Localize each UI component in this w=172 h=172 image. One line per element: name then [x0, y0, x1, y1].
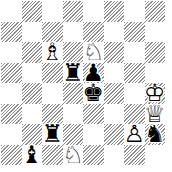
square-g4[interactable] [124, 83, 145, 104]
piece-white-pawn-g2[interactable]: ♙ [124, 124, 145, 145]
square-a6[interactable] [1, 42, 22, 63]
square-e4[interactable]: ♚ [83, 83, 104, 104]
square-d1[interactable]: ♞♘ [63, 145, 84, 166]
square-f6[interactable] [104, 42, 125, 63]
square-e2[interactable] [83, 124, 104, 145]
square-e7[interactable] [83, 22, 104, 43]
square-h3[interactable]: ♛♕ [145, 104, 166, 125]
square-b1[interactable]: ♝ [22, 145, 43, 166]
piece-black-king-e4[interactable]: ♚ [83, 83, 104, 104]
square-h4[interactable]: ♚♔ [145, 83, 166, 104]
square-d4[interactable] [63, 83, 84, 104]
piece-white-bishop-c6-fill: ♝ [42, 42, 63, 63]
piece-white-knight-d1[interactable]: ♘ [63, 145, 84, 166]
piece-black-pawn-e5[interactable]: ♟ [83, 63, 104, 84]
square-a3[interactable] [1, 104, 22, 125]
piece-white-knight-e6[interactable]: ♘ [83, 42, 104, 63]
square-h6[interactable] [145, 42, 166, 63]
square-f4[interactable] [104, 83, 125, 104]
square-g6[interactable] [124, 42, 145, 63]
square-g1[interactable] [124, 145, 145, 166]
square-e6[interactable]: ♞♘ [83, 42, 104, 63]
square-c6[interactable]: ♝♗ [42, 42, 63, 63]
square-f8[interactable] [104, 1, 125, 22]
piece-black-rook-d5[interactable]: ♜ [63, 63, 84, 84]
square-d3[interactable] [63, 104, 84, 125]
square-d2[interactable] [63, 124, 84, 145]
square-c4[interactable] [42, 83, 63, 104]
piece-black-rook-c2[interactable]: ♜ [42, 124, 63, 145]
square-d5[interactable]: ♜ [63, 63, 84, 84]
piece-black-bishop-b1[interactable]: ♝ [22, 145, 43, 166]
piece-black-knight-h2[interactable]: ♞ [145, 124, 166, 145]
piece-white-bishop-c6[interactable]: ♗ [42, 42, 63, 63]
piece-white-queen-h3-fill: ♛ [145, 104, 166, 125]
square-f1[interactable] [104, 145, 125, 166]
piece-white-knight-d1-fill: ♞ [63, 145, 84, 166]
square-b7[interactable] [22, 22, 43, 43]
square-f2[interactable] [104, 124, 125, 145]
square-b4[interactable] [22, 83, 43, 104]
square-e5[interactable]: ♟ [83, 63, 104, 84]
chessboard: ♝♗♞♘♜♟♚♚♔♛♕♜♟♙♞♝♞♘ [1, 1, 165, 165]
square-a8[interactable] [1, 1, 22, 22]
square-b2[interactable] [22, 124, 43, 145]
square-c3[interactable] [42, 104, 63, 125]
square-c2[interactable]: ♜ [42, 124, 63, 145]
square-g7[interactable] [124, 22, 145, 43]
square-h7[interactable] [145, 22, 166, 43]
square-f7[interactable] [104, 22, 125, 43]
square-b5[interactable] [22, 63, 43, 84]
square-h8[interactable] [145, 1, 166, 22]
piece-white-pawn-g2-fill: ♟ [124, 124, 145, 145]
square-d6[interactable] [63, 42, 84, 63]
square-g2[interactable]: ♟♙ [124, 124, 145, 145]
square-a5[interactable] [1, 63, 22, 84]
square-d7[interactable] [63, 22, 84, 43]
square-a1[interactable] [1, 145, 22, 166]
square-a2[interactable] [1, 124, 22, 145]
square-e3[interactable] [83, 104, 104, 125]
square-b6[interactable] [22, 42, 43, 63]
square-c1[interactable] [42, 145, 63, 166]
square-d8[interactable] [63, 1, 84, 22]
square-a7[interactable] [1, 22, 22, 43]
square-e1[interactable] [83, 145, 104, 166]
square-e8[interactable] [83, 1, 104, 22]
square-g5[interactable] [124, 63, 145, 84]
square-h2[interactable]: ♞ [145, 124, 166, 145]
piece-white-king-h4-fill: ♚ [145, 83, 166, 104]
square-h5[interactable] [145, 63, 166, 84]
square-c5[interactable] [42, 63, 63, 84]
square-b3[interactable] [22, 104, 43, 125]
square-f5[interactable] [104, 63, 125, 84]
square-h1[interactable] [145, 145, 166, 166]
piece-white-king-h4[interactable]: ♔ [145, 83, 166, 104]
square-b8[interactable] [22, 1, 43, 22]
piece-white-queen-h3[interactable]: ♕ [145, 104, 166, 125]
piece-white-knight-e6-fill: ♞ [83, 42, 104, 63]
square-a4[interactable] [1, 83, 22, 104]
square-c7[interactable] [42, 22, 63, 43]
square-g3[interactable] [124, 104, 145, 125]
square-c8[interactable] [42, 1, 63, 22]
square-g8[interactable] [124, 1, 145, 22]
square-f3[interactable] [104, 104, 125, 125]
